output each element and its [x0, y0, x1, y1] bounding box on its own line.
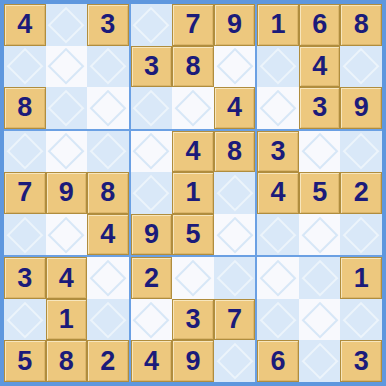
given-digit: 4 [59, 265, 74, 292]
cell-r4c1[interactable] [4, 131, 46, 173]
diamond-icon [343, 133, 379, 169]
given-digit: 3 [271, 138, 286, 165]
cell-r7c9: 1 [340, 257, 382, 299]
given-digit: 9 [227, 11, 242, 38]
cell-r5c3: 8 [87, 172, 129, 214]
box-r3c1: 341582 [4, 257, 129, 382]
cell-r3c3[interactable] [87, 87, 129, 129]
cell-r3c1: 8 [4, 87, 46, 129]
diamond-icon [260, 260, 296, 296]
given-digit: 4 [100, 221, 115, 248]
diamond-icon [7, 48, 43, 84]
cell-r6c5: 5 [172, 214, 214, 256]
cell-r2c5: 8 [172, 46, 214, 88]
diamond-icon [343, 48, 379, 84]
sudoku-board: 4387938416843979844819534523415822374916… [0, 0, 386, 386]
cell-r4c4[interactable] [131, 131, 173, 173]
given-digit: 4 [312, 53, 327, 80]
given-digit: 9 [354, 94, 369, 121]
cell-r2c2[interactable] [46, 46, 88, 88]
box-r2c3: 3452 [257, 131, 382, 256]
diamond-icon [48, 90, 84, 126]
cell-r6c3: 4 [87, 214, 129, 256]
given-digit: 5 [312, 179, 327, 206]
diamond-icon [7, 301, 43, 337]
box-r2c1: 7984 [4, 131, 129, 256]
box-r1c1: 438 [4, 4, 129, 129]
cell-r3c6: 4 [214, 87, 256, 129]
diamond-icon [343, 301, 379, 337]
diamond-icon [133, 90, 169, 126]
diamond-icon [175, 260, 211, 296]
cell-r4c9[interactable] [340, 131, 382, 173]
given-digit: 2 [144, 265, 159, 292]
given-digit: 1 [59, 306, 74, 333]
cell-r6c2[interactable] [46, 214, 88, 256]
given-digit: 3 [144, 53, 159, 80]
diamond-icon [7, 216, 43, 252]
cell-r4c8[interactable] [299, 131, 341, 173]
cell-r1c8: 6 [299, 4, 341, 46]
cell-r1c1: 4 [4, 4, 46, 46]
given-digit: 4 [17, 11, 32, 38]
diamond-icon [133, 133, 169, 169]
diamond-icon [216, 48, 252, 84]
diamond-icon [90, 48, 126, 84]
cell-r9c5: 9 [172, 340, 214, 382]
given-digit: 8 [59, 348, 74, 375]
cell-r3c5[interactable] [172, 87, 214, 129]
cell-r2c1[interactable] [4, 46, 46, 88]
box-r1c2: 79384 [131, 4, 256, 129]
diamond-icon [48, 7, 84, 43]
given-digit: 5 [185, 221, 200, 248]
diamond-icon [90, 301, 126, 337]
cell-r1c6: 9 [214, 4, 256, 46]
given-digit: 9 [59, 179, 74, 206]
diamond-icon [301, 343, 337, 379]
diamond-icon [90, 260, 126, 296]
given-digit: 7 [227, 306, 242, 333]
cell-r4c5: 4 [172, 131, 214, 173]
cell-r2c9[interactable] [340, 46, 382, 88]
cell-r5c6[interactable] [214, 172, 256, 214]
cell-r3c8: 3 [299, 87, 341, 129]
cell-r9c9: 3 [340, 340, 382, 382]
cell-r8c7[interactable] [257, 299, 299, 341]
given-digit: 5 [17, 348, 32, 375]
diamond-icon [133, 301, 169, 337]
diamond-icon [48, 216, 84, 252]
cell-r6c4: 9 [131, 214, 173, 256]
diamond-icon [133, 175, 169, 211]
cell-r2c4: 3 [131, 46, 173, 88]
given-digit: 6 [312, 11, 327, 38]
box-r3c3: 163 [257, 257, 382, 382]
diamond-icon [216, 175, 252, 211]
diamond-icon [90, 133, 126, 169]
given-digit: 8 [17, 94, 32, 121]
cell-r1c5: 7 [172, 4, 214, 46]
box-r1c3: 168439 [257, 4, 382, 129]
given-digit: 6 [271, 348, 286, 375]
given-digit: 3 [312, 94, 327, 121]
cell-r9c3: 2 [87, 340, 129, 382]
cell-r2c8: 4 [299, 46, 341, 88]
cell-r6c6[interactable] [214, 214, 256, 256]
cell-r8c9[interactable] [340, 299, 382, 341]
diamond-icon [90, 90, 126, 126]
cell-r2c3[interactable] [87, 46, 129, 88]
box-r3c2: 23749 [131, 257, 256, 382]
cell-r3c4[interactable] [131, 87, 173, 129]
given-digit: 9 [144, 221, 159, 248]
cell-r9c7: 6 [257, 340, 299, 382]
cell-r8c5: 3 [172, 299, 214, 341]
diamond-icon [175, 90, 211, 126]
given-digit: 3 [354, 348, 369, 375]
given-digit: 8 [227, 138, 242, 165]
cell-r4c7: 3 [257, 131, 299, 173]
diamond-icon [48, 133, 84, 169]
cell-r6c9[interactable] [340, 214, 382, 256]
cell-r9c2: 8 [46, 340, 88, 382]
cell-r7c5[interactable] [172, 257, 214, 299]
cell-r7c2: 4 [46, 257, 88, 299]
cell-r8c6: 7 [214, 299, 256, 341]
cell-r7c8[interactable] [299, 257, 341, 299]
cell-r9c4: 4 [131, 340, 173, 382]
diamond-icon [301, 216, 337, 252]
diamond-icon [48, 48, 84, 84]
cell-r3c9: 9 [340, 87, 382, 129]
given-digit: 7 [185, 11, 200, 38]
cell-r3c7[interactable] [257, 87, 299, 129]
cell-r5c7: 4 [257, 172, 299, 214]
given-digit: 4 [185, 138, 200, 165]
given-digit: 4 [227, 94, 242, 121]
diamond-icon [301, 301, 337, 337]
given-digit: 1 [185, 179, 200, 206]
diamond-icon [260, 216, 296, 252]
cell-r2c6[interactable] [214, 46, 256, 88]
cell-r5c8: 5 [299, 172, 341, 214]
diamond-icon [216, 343, 252, 379]
cell-r7c6[interactable] [214, 257, 256, 299]
cell-r5c4[interactable] [131, 172, 173, 214]
cell-r5c2: 9 [46, 172, 88, 214]
cell-r6c8[interactable] [299, 214, 341, 256]
given-digit: 1 [271, 11, 286, 38]
given-digit: 4 [271, 179, 286, 206]
cell-r7c1: 3 [4, 257, 46, 299]
cell-r2c7[interactable] [257, 46, 299, 88]
given-digit: 3 [100, 11, 115, 38]
given-digit: 7 [17, 179, 32, 206]
cell-r1c2[interactable] [46, 4, 88, 46]
cell-r4c2[interactable] [46, 131, 88, 173]
given-digit: 8 [100, 179, 115, 206]
given-digit: 8 [185, 53, 200, 80]
cell-r8c1[interactable] [4, 299, 46, 341]
diamond-icon [216, 216, 252, 252]
diamond-icon [260, 48, 296, 84]
cell-r4c6: 8 [214, 131, 256, 173]
cell-r1c3: 3 [87, 4, 129, 46]
given-digit: 2 [354, 179, 369, 206]
given-digit: 3 [17, 265, 32, 292]
diamond-icon [133, 7, 169, 43]
diamond-icon [301, 260, 337, 296]
diamond-icon [260, 90, 296, 126]
diamond-icon [301, 133, 337, 169]
given-digit: 2 [100, 348, 115, 375]
given-digit: 8 [354, 11, 369, 38]
cell-r6c1[interactable] [4, 214, 46, 256]
diamond-icon [7, 133, 43, 169]
cell-r5c1: 7 [4, 172, 46, 214]
cell-r8c4[interactable] [131, 299, 173, 341]
cell-r1c7: 1 [257, 4, 299, 46]
cell-r8c2: 1 [46, 299, 88, 341]
cell-r5c5: 1 [172, 172, 214, 214]
cell-r7c4: 2 [131, 257, 173, 299]
cell-r1c9: 8 [340, 4, 382, 46]
diamond-icon [260, 301, 296, 337]
diamond-icon [216, 260, 252, 296]
cell-r6c7[interactable] [257, 214, 299, 256]
diamond-icon [343, 216, 379, 252]
cell-r5c9: 2 [340, 172, 382, 214]
cell-r8c8[interactable] [299, 299, 341, 341]
cell-r8c3[interactable] [87, 299, 129, 341]
cell-r7c3[interactable] [87, 257, 129, 299]
box-r2c2: 48195 [131, 131, 256, 256]
cell-r7c7[interactable] [257, 257, 299, 299]
cell-r3c2[interactable] [46, 87, 88, 129]
cell-r9c6[interactable] [214, 340, 256, 382]
given-digit: 4 [144, 348, 159, 375]
given-digit: 9 [185, 348, 200, 375]
cell-r9c1: 5 [4, 340, 46, 382]
given-digit: 3 [185, 306, 200, 333]
cell-r1c4[interactable] [131, 4, 173, 46]
given-digit: 1 [354, 265, 369, 292]
cell-r9c8[interactable] [299, 340, 341, 382]
cell-r4c3[interactable] [87, 131, 129, 173]
